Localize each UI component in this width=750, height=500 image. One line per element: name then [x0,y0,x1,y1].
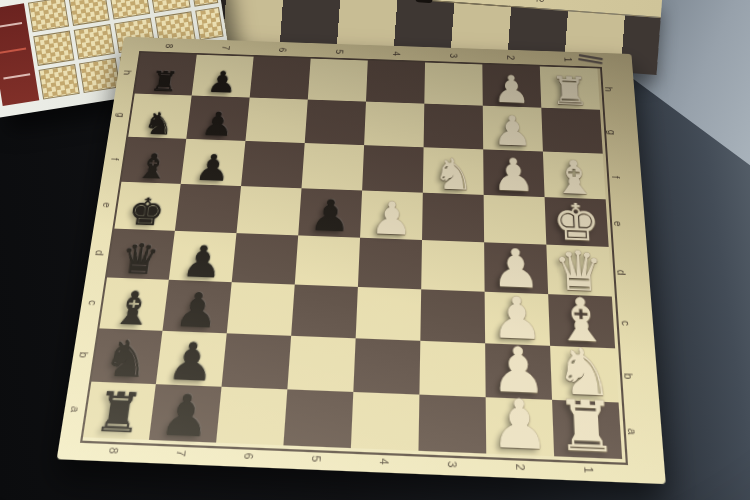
square-g1 [541,108,602,154]
square-a1: ♜ [552,400,622,459]
square-e7 [175,184,241,233]
piece-bp-a7: ♟ [158,391,212,441]
square-b3 [419,341,485,397]
mini-chess-diagram [28,0,69,32]
square-h4 [366,60,425,104]
piece-bb-f8: ♝ [134,152,171,182]
piece-bb-c8: ♝ [110,289,156,329]
square-d7: ♟ [169,231,237,282]
square-g8: ♞ [127,93,191,138]
square-g6 [245,98,307,143]
square-a7: ♟ [149,384,222,442]
square-f2: ♟ [483,149,544,197]
right-file-label-b: b [615,348,642,403]
square-a4 [351,392,420,451]
square-e3 [422,193,484,243]
square-f8: ♝ [120,137,186,184]
mini-chess-diagram [33,31,74,66]
square-e6 [236,186,301,235]
piece-wr-a1: ♜ [555,396,619,458]
square-c6 [227,282,295,336]
board-frame: 87654321h♜♟♟♜hg♞♟♟gf♝♟♞♟♝fe♚♟♟♚ed♛♟♟♛dc♝… [57,37,666,484]
square-g7: ♟ [186,96,249,141]
square-f7: ♟ [181,139,246,186]
mini-chess-diagram [195,7,223,40]
mini-chess-diagram [68,0,109,26]
square-h3 [424,62,482,106]
square-f5 [302,143,365,190]
bottom-rank-label-3: 3 [418,451,486,477]
piece-wn-f3: ♞ [433,156,474,194]
mini-chess-diagram [79,58,120,93]
piece-bn-b8: ♞ [101,338,151,382]
right-file-label-g: g [600,110,624,155]
piece-wp-g2: ♟ [492,114,533,150]
square-a8: ♜ [82,382,156,440]
square-h5 [308,58,368,102]
square-c8: ♝ [98,277,168,330]
piece-bn-g8: ♞ [142,110,176,137]
right-file-label-e: e [606,199,631,247]
square-c7: ♟ [162,280,231,334]
piece-bp-e5: ♟ [309,198,352,236]
piece-bq-d8: ♛ [118,242,161,279]
square-b5 [287,336,355,392]
square-a2: ♟ [486,397,554,456]
square-g4 [364,102,424,148]
square-e8: ♚ [113,182,180,231]
square-h7: ♟ [192,54,254,98]
square-d4 [358,238,422,290]
bottom-rank-label-5: 5 [282,445,351,471]
square-d6 [232,233,298,284]
square-h8: ♜ [134,52,197,96]
square-f3: ♞ [423,147,484,195]
square-f4 [362,145,423,193]
square-b8: ♞ [90,328,162,384]
piece-wp-a2: ♟ [490,395,550,455]
right-file-label-d: d [609,247,635,297]
square-a5 [283,389,353,448]
right-file-label-h: h [597,68,621,111]
square-c3 [420,289,485,343]
square-d3 [421,240,484,292]
piece-bp-f7: ♟ [194,153,232,185]
piece-bp-d7: ♟ [180,242,224,280]
piece-br-h8: ♜ [149,70,180,94]
square-a6 [216,387,287,446]
mini-chess-diagram [109,0,150,20]
square-b7: ♟ [156,331,227,387]
piece-bk-e8: ♚ [127,196,167,229]
corner-label [622,459,648,483]
square-h6 [250,56,311,100]
mini-chess-diagram [149,0,190,13]
mini-chess-diagram [190,0,218,7]
square-d8: ♛ [106,229,175,280]
square-g3 [424,104,484,150]
piece-bp-b7: ♟ [166,339,217,385]
square-c5 [291,285,358,339]
piece-wp-h2: ♟ [493,73,531,106]
square-c4 [356,287,422,341]
piece-bp-g7: ♟ [200,111,235,140]
square-h2: ♟ [482,64,541,108]
corner-label [122,37,142,52]
square-a3 [418,395,486,454]
table-scene: 8765432 87654321h♜♟♟♜hg♞♟♟gf♝♟♞♟♝fe♚♟♟♚e… [0,0,750,500]
piece-bp-c7: ♟ [173,290,220,332]
square-e5: ♟ [298,188,362,237]
right-file-label-a: a [619,402,647,460]
right-file-label-f: f [603,154,628,200]
mini-chess-diagram [39,64,80,99]
square-f6 [241,141,305,188]
square-e4: ♟ [360,190,423,240]
right-file-label-c: c [612,297,638,350]
main-chessboard: 87654321h♜♟♟♜hg♞♟♟gf♝♟♞♟♝fe♚♟♟♚ed♛♟♟♛dc♝… [57,37,666,484]
bottom-rank-label-4: 4 [350,448,419,474]
square-b4 [353,338,420,394]
square-g2: ♟ [483,106,543,152]
square-b6 [222,333,292,389]
piece-wr-h1: ♜ [550,74,591,109]
piece-wp-e4: ♟ [370,199,413,239]
piece-wp-f2: ♟ [492,156,536,196]
piece-br-a8: ♜ [92,390,146,438]
square-g5 [305,100,366,146]
mini-chess-diagram [74,24,115,59]
square-h1: ♜ [540,66,600,110]
piece-bp-h7: ♟ [206,70,238,96]
square-d5 [295,235,360,287]
bottom-rank-label-6: 6 [214,443,284,469]
